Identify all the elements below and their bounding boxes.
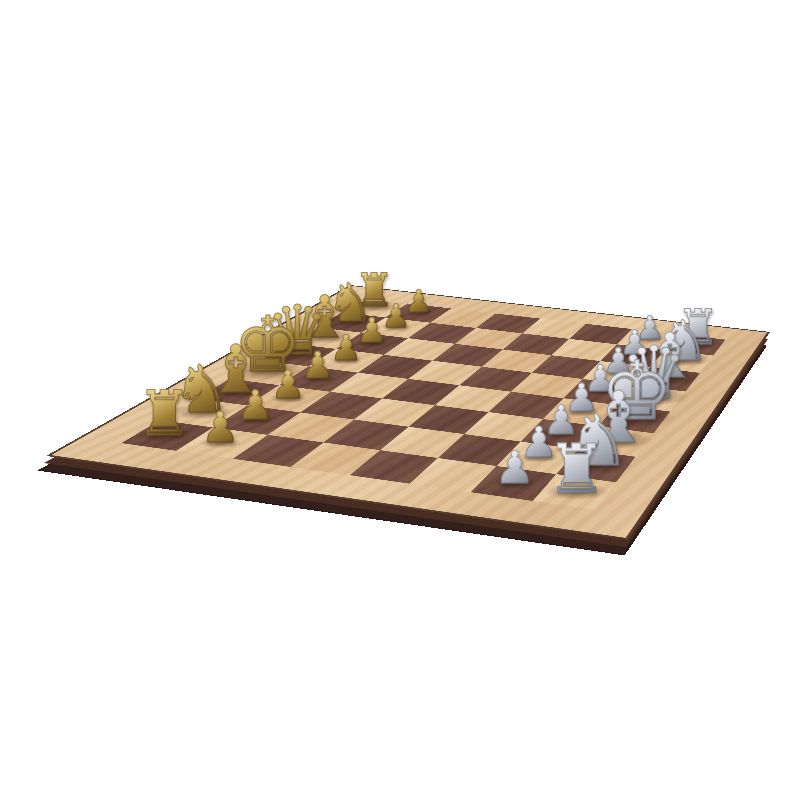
chess-set-photo: Perspective photo of a wooden chess set …: [0, 0, 800, 800]
chess-board: [46, 285, 770, 540]
board-squares: [121, 299, 726, 510]
